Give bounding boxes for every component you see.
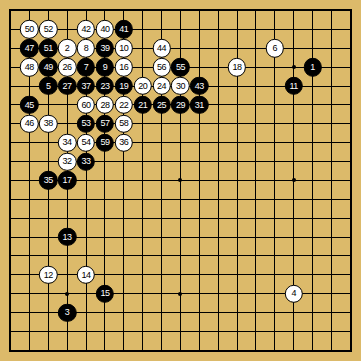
grid-line-vertical (350, 10, 351, 351)
go-diagram: 1234567891011121314151617181920212223242… (0, 0, 361, 361)
grid-line-horizontal (10, 350, 351, 351)
grid-line-horizontal (10, 199, 351, 200)
star-point (65, 292, 69, 296)
grid-line-horizontal (10, 331, 351, 332)
star-point (292, 178, 296, 182)
grid-line-horizontal (10, 218, 351, 219)
grid-line-horizontal (10, 274, 351, 275)
grid-line-vertical (255, 10, 256, 351)
grid-line-vertical (331, 10, 332, 351)
go-board[interactable]: 1234567891011121314151617181920212223242… (0, 0, 361, 361)
star-point (178, 292, 182, 296)
star-point (178, 178, 182, 182)
grid-line-vertical (218, 10, 219, 351)
star-point (292, 65, 296, 69)
grid-line-vertical (274, 10, 275, 351)
grid-line-horizontal (10, 255, 351, 256)
grid-line-vertical (199, 10, 200, 351)
